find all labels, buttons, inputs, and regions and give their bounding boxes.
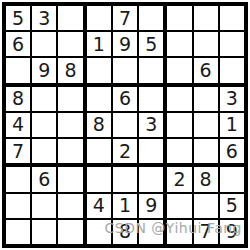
cell-r6c4[interactable] [87,139,111,163]
box-1-3: 6 [167,6,244,83]
cell-r8c7[interactable] [167,194,191,218]
cell-r5c7[interactable] [167,113,191,137]
cell-r9c6[interactable] [139,220,163,244]
cell-r6c6[interactable] [139,139,163,163]
box-1-1: 53698 [6,6,83,83]
cell-r8c2[interactable] [32,194,56,218]
cell-r5c1[interactable]: 4 [6,113,30,137]
box-3-1: 6 [6,167,83,244]
cell-r8c3[interactable] [58,194,82,218]
cell-r2c1[interactable]: 6 [6,32,30,56]
cell-r5c4[interactable]: 8 [87,113,111,137]
cell-r8c8[interactable] [194,194,218,218]
box-3-2: 4198 [87,167,164,244]
cell-r1c8[interactable] [194,6,218,30]
cell-r3c5[interactable] [113,58,137,82]
cell-r8c9[interactable]: 5 [220,194,244,218]
cell-r3c6[interactable] [139,58,163,82]
cell-r5c3[interactable] [58,113,82,137]
cell-r5c2[interactable] [32,113,56,137]
cell-r2c2[interactable] [32,32,56,56]
cell-r4c9[interactable]: 3 [220,87,244,111]
cell-r7c4[interactable] [87,167,111,191]
cell-r1c2[interactable]: 3 [32,6,56,30]
cell-r4c4[interactable] [87,87,111,111]
cell-r7c7[interactable]: 2 [167,167,191,191]
cell-r8c5[interactable]: 1 [113,194,137,218]
cell-r1c1[interactable]: 5 [6,6,30,30]
cell-r9c9[interactable]: 9 [220,220,244,244]
cell-r2c5[interactable]: 9 [113,32,137,56]
cell-r1c6[interactable] [139,6,163,30]
cell-r6c7[interactable] [167,139,191,163]
cell-r9c7[interactable] [167,220,191,244]
cell-r4c2[interactable] [32,87,56,111]
cell-r4c3[interactable] [58,87,82,111]
cell-r2c9[interactable] [220,32,244,56]
cell-r9c2[interactable] [32,220,56,244]
cell-r5c6[interactable]: 3 [139,113,163,137]
cell-r5c9[interactable]: 1 [220,113,244,137]
box-3-3: 28579 [167,167,244,244]
cell-r3c8[interactable]: 6 [194,58,218,82]
cell-r3c7[interactable] [167,58,191,82]
cell-r4c8[interactable] [194,87,218,111]
cell-r6c1[interactable]: 7 [6,139,30,163]
cell-r9c8[interactable]: 7 [194,220,218,244]
box-1-2: 7195 [87,6,164,83]
cell-r3c4[interactable] [87,58,111,82]
cell-r7c6[interactable] [139,167,163,191]
cell-r5c5[interactable] [113,113,137,137]
cell-r1c4[interactable] [87,6,111,30]
cell-r4c6[interactable] [139,87,163,111]
cell-r9c4[interactable] [87,220,111,244]
cell-r1c5[interactable]: 7 [113,6,137,30]
box-2-2: 6832 [87,87,164,164]
cell-r7c9[interactable] [220,167,244,191]
cell-r6c8[interactable] [194,139,218,163]
cell-r8c1[interactable] [6,194,30,218]
cell-r3c2[interactable]: 9 [32,58,56,82]
cell-r8c4[interactable]: 4 [87,194,111,218]
cell-r4c1[interactable]: 8 [6,87,30,111]
cell-r7c5[interactable] [113,167,137,191]
cell-r2c3[interactable] [58,32,82,56]
cell-r2c8[interactable] [194,32,218,56]
box-2-1: 847 [6,87,83,164]
cell-r6c9[interactable]: 6 [220,139,244,163]
cell-r1c7[interactable] [167,6,191,30]
cell-r7c1[interactable] [6,167,30,191]
cell-r3c3[interactable]: 8 [58,58,82,82]
cell-r6c3[interactable] [58,139,82,163]
cell-r5c8[interactable] [194,113,218,137]
cell-r2c4[interactable]: 1 [87,32,111,56]
cell-r2c7[interactable] [167,32,191,56]
sudoku-board: 536987195684768323166419828579 [2,2,248,248]
sudoku-page: 536987195684768323166419828579 CSDN @Yih… [0,0,250,250]
cell-r6c2[interactable] [32,139,56,163]
cell-r9c3[interactable] [58,220,82,244]
cell-r9c5[interactable]: 8 [113,220,137,244]
cell-r7c8[interactable]: 8 [194,167,218,191]
cell-r4c5[interactable]: 6 [113,87,137,111]
cell-r3c1[interactable] [6,58,30,82]
cell-r1c9[interactable] [220,6,244,30]
cell-r6c5[interactable]: 2 [113,139,137,163]
cell-r9c1[interactable] [6,220,30,244]
cell-r1c3[interactable] [58,6,82,30]
box-2-3: 316 [167,87,244,164]
cell-r7c3[interactable] [58,167,82,191]
cell-r2c6[interactable]: 5 [139,32,163,56]
cell-r4c7[interactable] [167,87,191,111]
cell-r8c6[interactable]: 9 [139,194,163,218]
cell-r3c9[interactable] [220,58,244,82]
cell-r7c2[interactable]: 6 [32,167,56,191]
